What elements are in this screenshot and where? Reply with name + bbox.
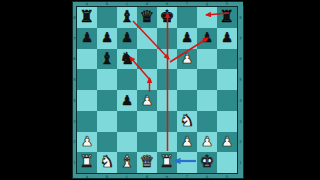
square-e2[interactable] [157,132,177,153]
file-label-top-b: b [97,1,117,6]
black-pawn-h7[interactable]: ♟ [217,28,237,49]
square-g3[interactable] [197,111,217,132]
square-c2[interactable] [117,132,137,153]
square-d6[interactable] [137,49,157,70]
white-knight-f3[interactable]: ♞ [177,111,197,132]
rank-label-right-6: 6 [238,49,243,70]
square-h6[interactable] [217,49,237,70]
square-h4[interactable] [217,90,237,111]
file-label-bottom-g: g [197,174,217,179]
black-bishop-c8[interactable]: ♝ [117,7,137,28]
square-b2[interactable] [97,132,117,153]
black-bishop-b6[interactable]: ♝ [97,49,117,70]
square-f8[interactable] [177,7,197,28]
chess-thumbnail: ♜♝♛♚♜♟♟♟♟♟♟♝♞♟♟♟♞♟♟♟♟♜♞♝♛♜♚ 887766554433… [0,0,320,180]
file-label-top-d: d [137,1,157,6]
rank-label-left-8: 8 [72,7,77,28]
square-b4[interactable] [97,90,117,111]
square-e4[interactable] [157,90,177,111]
file-label-top-a: a [77,1,97,6]
file-label-bottom-a: a [77,174,97,179]
file-label-top-h: h [217,1,237,6]
white-rook-e1[interactable]: ♜ [157,152,177,173]
square-g5[interactable] [197,69,217,90]
square-f5[interactable] [177,69,197,90]
square-b5[interactable] [97,69,117,90]
file-label-bottom-c: c [117,174,137,179]
square-b3[interactable] [97,111,117,132]
black-rook-h8[interactable]: ♜ [217,7,237,28]
black-rook-a8[interactable]: ♜ [77,7,97,28]
rank-label-right-2: 2 [238,132,243,153]
white-pawn-g2[interactable]: ♟ [197,132,217,153]
rank-label-right-1: 1 [238,152,243,173]
square-h5[interactable] [217,69,237,90]
file-label-bottom-e: e [157,174,177,179]
square-f4[interactable] [177,90,197,111]
square-a4[interactable] [77,90,97,111]
square-e5[interactable] [157,69,177,90]
square-d3[interactable] [137,111,157,132]
square-e6[interactable] [157,49,177,70]
rank-label-left-5: 5 [72,69,77,90]
file-label-top-c: c [117,1,137,6]
rank-label-right-4: 4 [238,90,243,111]
file-label-top-g: g [197,1,217,6]
file-label-top-e: e [157,1,177,6]
black-knight-c6[interactable]: ♞ [117,49,137,70]
square-c3[interactable] [117,111,137,132]
black-pawn-c4[interactable]: ♟ [117,90,137,111]
black-king-e8[interactable]: ♚ [157,7,177,28]
file-label-bottom-b: b [97,174,117,179]
white-pawn-f2[interactable]: ♟ [177,132,197,153]
corner-notch [243,1,249,6]
square-d2[interactable] [137,132,157,153]
square-f1[interactable] [177,152,197,173]
file-label-bottom-h: h [217,174,237,179]
black-pawn-c7[interactable]: ♟ [117,28,137,49]
square-h1[interactable] [217,152,237,173]
rank-label-left-6: 6 [72,49,77,70]
black-queen-d8[interactable]: ♛ [137,7,157,28]
square-g8[interactable] [197,7,217,28]
black-pawn-f7[interactable]: ♟ [177,28,197,49]
file-label-top-f: f [177,1,197,6]
square-a6[interactable] [77,49,97,70]
white-bishop-c1[interactable]: ♝ [117,152,137,173]
file-label-bottom-d: d [137,174,157,179]
rank-label-left-2: 2 [72,132,77,153]
square-h3[interactable] [217,111,237,132]
white-knight-b1[interactable]: ♞ [97,152,117,173]
white-pawn-f6[interactable]: ♟ [177,49,197,70]
square-d7[interactable] [137,28,157,49]
black-pawn-a7[interactable]: ♟ [77,28,97,49]
square-g6[interactable] [197,49,217,70]
white-pawn-a2[interactable]: ♟ [77,132,97,153]
square-g4[interactable] [197,90,217,111]
rank-label-right-8: 8 [238,7,243,28]
square-b8[interactable] [97,7,117,28]
rank-label-left-7: 7 [72,28,77,49]
black-pawn-b7[interactable]: ♟ [97,28,117,49]
white-rook-a1[interactable]: ♜ [77,152,97,173]
white-pawn-d4[interactable]: ♟ [137,90,157,111]
white-king-g1[interactable]: ♚ [197,152,217,173]
square-e7[interactable] [157,28,177,49]
rank-label-left-1: 1 [72,152,77,173]
square-d5[interactable] [137,69,157,90]
file-label-bottom-f: f [177,174,197,179]
rank-label-right-3: 3 [238,111,243,132]
square-c5[interactable] [117,69,137,90]
black-pawn-g7[interactable]: ♟ [197,28,217,49]
white-queen-d1[interactable]: ♛ [137,152,157,173]
square-a5[interactable] [77,69,97,90]
rank-label-right-5: 5 [238,69,243,90]
rank-label-left-4: 4 [72,90,77,111]
rank-label-left-3: 3 [72,111,77,132]
square-a3[interactable] [77,111,97,132]
rank-label-right-7: 7 [238,28,243,49]
white-pawn-h2[interactable]: ♟ [217,132,237,153]
square-e3[interactable] [157,111,177,132]
